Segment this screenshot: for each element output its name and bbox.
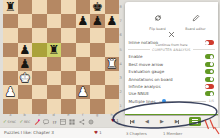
black-pawn-f7[interactable]: ♟ [77,14,88,28]
toggle-annotations-on-board[interactable] [205,77,215,82]
square-e5[interactable] [61,43,76,57]
toggle-enable[interactable] [205,54,215,59]
pieces-grid-icon[interactable] [69,119,75,125]
square-h6[interactable] [105,28,120,42]
square-d8[interactable] [47,0,62,14]
square-b8[interactable] [18,0,33,14]
last-move-button[interactable]: ▶ [170,116,185,126]
sync-toggle[interactable]: ✓ SYNC [3,120,16,124]
square-b7[interactable] [18,14,33,28]
menu-row-annotations-on-board: Annotations on board [125,75,219,82]
square-g2[interactable] [90,85,105,99]
square-a2[interactable]: ♟ [3,85,18,99]
menu-label: Inline notation [129,40,205,45]
black-rook-d5[interactable]: ♜ [48,43,59,57]
square-a5[interactable] [3,43,18,57]
square-c3[interactable] [32,71,47,85]
toggle-infinite-analysis[interactable] [205,84,215,89]
square-b5[interactable]: ♟ [18,43,33,57]
square-d3[interactable] [47,71,62,85]
square-d1[interactable] [47,99,62,113]
comment-icon[interactable] [43,119,49,125]
square-c6[interactable] [32,28,47,42]
square-f3[interactable] [76,71,91,85]
square-e2[interactable] [61,85,76,99]
toggle-best-move-arrow[interactable] [205,62,215,67]
flip-board-icon [154,14,162,22]
chess-board[interactable]: ♜♚♟♟♟♟♜♟♜♚♟♟ [3,0,119,114]
white-pawn-f2[interactable]: ♟ [77,85,88,99]
like-heart-icon[interactable]: ♥ 1 [111,118,119,123]
pencil-icon [192,14,200,22]
rec-toggle[interactable]: ✓ REC [19,120,30,124]
square-h8[interactable] [105,0,120,14]
menu-label: Annotations on board [129,77,205,82]
black-king-g8[interactable]: ♚ [92,0,103,14]
tab-chapters[interactable]: 3 Chapters [126,131,147,136]
square-f1[interactable] [76,99,91,113]
toggle-use-nnue[interactable] [205,91,215,96]
menu-row-multiple-lines: Multiple lines1/5 [125,98,219,105]
menu-label: Evaluation gauge [129,69,205,74]
square-a4[interactable] [3,57,18,71]
first-move-button[interactable]: ◀ [125,116,140,126]
menu-label: Use NNUE [129,91,205,96]
square-d6[interactable] [47,28,62,42]
square-f6[interactable] [76,28,91,42]
square-h1[interactable] [105,99,120,113]
black-pawn-b5[interactable]: ♟ [19,43,30,57]
menu-hamburger-button[interactable] [189,117,201,126]
pgn-icon[interactable] [60,119,66,125]
square-c7[interactable] [32,14,47,28]
square-b4[interactable]: ♟ [18,57,33,71]
lichess-study-page: ♜♚♟♟♟♟♜♟♜♚♟♟ 87654321 abcdefgh ✓ SYNC ✓ … [0,0,220,138]
square-e7[interactable] [61,14,76,28]
move-nav-bar: ◀ ◀ ▶ ▶ [125,116,219,127]
square-b3[interactable]: ♚ [18,71,33,85]
white-pawn-a2[interactable]: ♟ [5,85,16,99]
square-e4[interactable] [61,57,76,71]
square-e3[interactable] [61,71,76,85]
square-h5[interactable] [105,43,120,57]
black-pawn-g7[interactable]: ♟ [92,14,103,28]
square-g3[interactable] [90,71,105,85]
multiple-lines-slider[interactable] [159,101,206,102]
menu-label: Best move arrow [129,62,205,67]
share-icon[interactable] [79,119,85,125]
square-h4[interactable]: ♜ [105,57,120,71]
menu-label: Enable [129,54,205,59]
slider-label: Multiple lines [129,99,156,104]
square-g8[interactable]: ♚ [90,0,105,14]
square-f4[interactable] [76,57,91,71]
slider-value: 1/5 [209,99,214,103]
prev-move-button[interactable]: ◀ [140,116,155,126]
menu-row-infinite-analysis: Infinite analysis [125,83,219,90]
square-b1[interactable] [18,99,33,113]
glyph-icon[interactable]: !? [53,120,57,125]
square-d2[interactable] [47,85,62,99]
tab-members[interactable]: 1 Member [163,131,182,136]
white-rook-h4[interactable]: ♜ [106,57,117,71]
black-pawn-h7[interactable]: ♟ [106,14,117,28]
square-e1[interactable] [61,99,76,113]
square-c5[interactable] [32,43,47,57]
square-d5[interactable]: ♜ [47,43,62,57]
black-rook-a8[interactable]: ♜ [5,0,16,14]
action-menu-panel: Flip board Board editor Continue from he… [125,2,219,115]
section-computer-analysis: COMPUTER ANALYSIS [125,46,219,53]
square-c4[interactable] [32,57,47,71]
study-like[interactable]: ♥ 1 [94,130,102,135]
square-g5[interactable] [90,43,105,57]
square-a1[interactable] [3,99,18,113]
square-c1[interactable] [32,99,47,113]
rank-label-8: 8 [120,0,125,14]
continue-icon [168,31,175,38]
square-e8[interactable] [61,0,76,14]
square-a3[interactable] [3,71,18,85]
square-e6[interactable] [61,28,76,42]
square-f2[interactable]: ♟ [76,85,91,99]
menu-row-use-nnue: Use NNUE [125,90,219,97]
square-c8[interactable] [32,0,47,14]
black-pawn-b4[interactable]: ♟ [19,57,30,71]
square-a6[interactable] [3,28,18,42]
heart-icon: ♥ [111,118,115,123]
rank-label-7: 7 [120,14,125,28]
square-h2[interactable] [105,85,120,99]
square-d7[interactable] [47,14,62,28]
toggle-evaluation-gauge[interactable] [205,69,215,74]
square-f7[interactable]: ♟ [76,14,91,28]
square-d4[interactable] [47,57,62,71]
square-g1[interactable] [90,99,105,113]
square-g6[interactable] [90,28,105,42]
study-bottom-bar: Puzzles I like: Chapter 3 ♥ 1 3 Chapters… [0,127,220,138]
square-f5[interactable] [76,43,91,57]
square-c2[interactable] [32,85,47,99]
square-h7[interactable]: ♟ [105,14,120,28]
square-h3[interactable] [105,71,120,85]
white-king-b3[interactable]: ♚ [19,71,30,85]
menu-row-best-move-arrow: Best move arrow [125,60,219,67]
menu-label: Infinite analysis [129,84,205,89]
menu-row-evaluation-gauge: Evaluation gauge [125,68,219,75]
gear-icon[interactable] [88,119,94,125]
study-toolbar: ✓ SYNC ✓ REC !? [0,118,127,127]
like-count: 1 [116,118,118,123]
menu-row-enable: Enable [125,53,219,60]
rec-check-icon: ✓ [19,120,23,124]
next-move-button[interactable]: ▶ [155,116,170,126]
menu-row-inline-notation: Inline notation [125,39,219,46]
square-a8[interactable]: ♜ [3,0,18,14]
square-a7[interactable] [3,14,18,28]
toggle-inline-notation[interactable] [205,40,215,45]
square-f8[interactable] [76,0,91,14]
square-b6[interactable] [18,28,33,42]
square-g7[interactable]: ♟ [90,14,105,28]
brush-icon[interactable] [34,119,40,125]
square-b2[interactable] [18,85,33,99]
square-g4[interactable] [90,57,105,71]
sync-check-icon: ✓ [3,120,7,124]
study-title[interactable]: Puzzles I like: Chapter 3 [4,130,54,135]
